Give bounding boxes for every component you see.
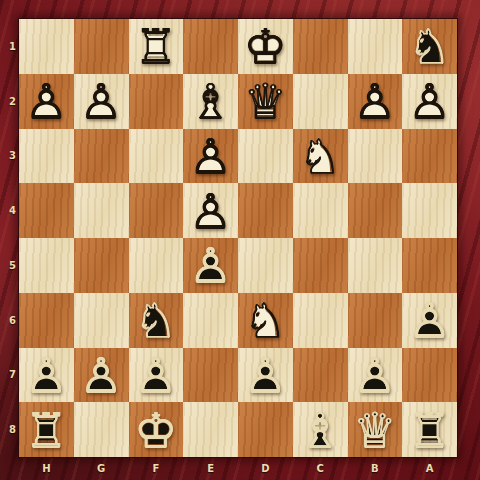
bishop-glyph-outline: ♗: [183, 74, 238, 129]
piece-white-pawn[interactable]: ♟♙: [183, 183, 238, 238]
pawn-glyph-outline: ♙: [238, 348, 293, 403]
square-e3[interactable]: ♟♙: [183, 129, 238, 184]
square-b3[interactable]: [348, 129, 403, 184]
square-f4[interactable]: [129, 183, 184, 238]
square-b7[interactable]: ♟♙: [348, 348, 403, 403]
rank-label-7: 7: [0, 348, 19, 403]
square-f7[interactable]: ♟♙: [129, 348, 184, 403]
square-f6[interactable]: ♞♘: [129, 293, 184, 348]
piece-black-pawn[interactable]: ♟♙: [238, 348, 293, 403]
square-g5[interactable]: [74, 238, 129, 293]
pawn-glyph-outline: ♙: [402, 74, 457, 129]
knight-glyph-outline: ♘: [402, 19, 457, 74]
square-a5[interactable]: [402, 238, 457, 293]
rook-glyph-outline: ♖: [402, 402, 457, 457]
knight-glyph-outline: ♘: [129, 293, 184, 348]
square-e5[interactable]: ♟♙: [183, 238, 238, 293]
pawn-glyph-outline: ♙: [74, 74, 129, 129]
chessboard-frame: ♜♖♚♔♞♘♟♙♟♙♝♗♛♕♟♙♟♙♟♙♞♘♟♙♟♙♞♘♞♘♟♙♟♙♟♙♟♙♟♙…: [0, 0, 480, 480]
square-g4[interactable]: [74, 183, 129, 238]
square-b6[interactable]: [348, 293, 403, 348]
square-a2[interactable]: ♟♙: [402, 74, 457, 129]
square-e4[interactable]: ♟♙: [183, 183, 238, 238]
square-b8[interactable]: ♛♕: [348, 402, 403, 457]
pawn-glyph-outline: ♙: [129, 348, 184, 403]
square-c3[interactable]: ♞♘: [293, 129, 348, 184]
piece-black-pawn[interactable]: ♟♙: [19, 348, 74, 403]
pawn-glyph-outline: ♙: [19, 348, 74, 403]
square-d6[interactable]: ♞♘: [238, 293, 293, 348]
piece-black-king[interactable]: ♚♔: [129, 402, 184, 457]
piece-black-pawn[interactable]: ♟♙: [183, 238, 238, 293]
square-b2[interactable]: ♟♙: [348, 74, 403, 129]
piece-white-pawn[interactable]: ♟♙: [74, 74, 129, 129]
piece-black-pawn[interactable]: ♟♙: [402, 293, 457, 348]
file-label-e: E: [183, 457, 238, 480]
piece-black-pawn[interactable]: ♟♙: [129, 348, 184, 403]
square-g2[interactable]: ♟♙: [74, 74, 129, 129]
square-f2[interactable]: [129, 74, 184, 129]
square-h3[interactable]: [19, 129, 74, 184]
rank-label-1: 1: [0, 19, 19, 74]
rank-label-8: 8: [0, 402, 19, 457]
file-label-a: A: [402, 457, 457, 480]
square-c7[interactable]: [293, 348, 348, 403]
piece-white-pawn[interactable]: ♟♙: [183, 129, 238, 184]
square-b5[interactable]: [348, 238, 403, 293]
piece-white-rook[interactable]: ♜♖: [129, 19, 184, 74]
pawn-glyph-outline: ♙: [402, 293, 457, 348]
square-f1[interactable]: ♜♖: [129, 19, 184, 74]
piece-white-pawn[interactable]: ♟♙: [348, 74, 403, 129]
square-f8[interactable]: ♚♔: [129, 402, 184, 457]
king-glyph-outline: ♔: [129, 402, 184, 457]
file-label-c: C: [293, 457, 348, 480]
square-c6[interactable]: [293, 293, 348, 348]
square-e2[interactable]: ♝♗: [183, 74, 238, 129]
piece-white-king[interactable]: ♚♔: [238, 19, 293, 74]
square-h2[interactable]: ♟♙: [19, 74, 74, 129]
pawn-glyph-outline: ♙: [183, 183, 238, 238]
piece-black-queen[interactable]: ♛♕: [348, 402, 403, 457]
square-g7[interactable]: ♟♙: [74, 348, 129, 403]
square-d7[interactable]: ♟♙: [238, 348, 293, 403]
square-d4[interactable]: [238, 183, 293, 238]
pawn-glyph-outline: ♙: [183, 238, 238, 293]
rank-label-5: 5: [0, 238, 19, 293]
square-a8[interactable]: ♜♖: [402, 402, 457, 457]
square-f5[interactable]: [129, 238, 184, 293]
square-c1[interactable]: [293, 19, 348, 74]
square-e7[interactable]: [183, 348, 238, 403]
piece-white-knight[interactable]: ♞♘: [238, 293, 293, 348]
square-h7[interactable]: ♟♙: [19, 348, 74, 403]
piece-white-knight[interactable]: ♞♘: [293, 129, 348, 184]
square-h1[interactable]: [19, 19, 74, 74]
rook-glyph-outline: ♖: [19, 402, 74, 457]
piece-black-pawn[interactable]: ♟♙: [348, 348, 403, 403]
pawn-glyph-outline: ♙: [348, 74, 403, 129]
piece-white-pawn[interactable]: ♟♙: [402, 74, 457, 129]
piece-white-queen[interactable]: ♛♕: [238, 74, 293, 129]
square-a4[interactable]: [402, 183, 457, 238]
piece-black-bishop[interactable]: ♝♗: [293, 402, 348, 457]
square-a1[interactable]: ♞♘: [402, 19, 457, 74]
square-e1[interactable]: [183, 19, 238, 74]
square-a3[interactable]: [402, 129, 457, 184]
file-label-g: G: [74, 457, 129, 480]
file-label-h: H: [19, 457, 74, 480]
square-d8[interactable]: [238, 402, 293, 457]
rank-label-4: 4: [0, 183, 19, 238]
square-h5[interactable]: [19, 238, 74, 293]
rank-label-3: 3: [0, 129, 19, 184]
piece-black-pawn[interactable]: ♟♙: [74, 348, 129, 403]
square-c8[interactable]: ♝♗: [293, 402, 348, 457]
queen-glyph-outline: ♕: [348, 402, 403, 457]
square-c5[interactable]: [293, 238, 348, 293]
king-glyph-outline: ♔: [238, 19, 293, 74]
piece-black-knight[interactable]: ♞♘: [402, 19, 457, 74]
queen-glyph-outline: ♕: [238, 74, 293, 129]
square-g1[interactable]: [74, 19, 129, 74]
square-g6[interactable]: [74, 293, 129, 348]
file-label-d: D: [238, 457, 293, 480]
chessboard: ♜♖♚♔♞♘♟♙♟♙♝♗♛♕♟♙♟♙♟♙♞♘♟♙♟♙♞♘♞♘♟♙♟♙♟♙♟♙♟♙…: [19, 19, 457, 457]
square-d5[interactable]: [238, 238, 293, 293]
piece-white-bishop[interactable]: ♝♗: [183, 74, 238, 129]
knight-glyph-outline: ♘: [238, 293, 293, 348]
rank-label-6: 6: [0, 293, 19, 348]
square-c2[interactable]: [293, 74, 348, 129]
square-h8[interactable]: ♜♖: [19, 402, 74, 457]
square-a6[interactable]: ♟♙: [402, 293, 457, 348]
square-h6[interactable]: [19, 293, 74, 348]
square-g3[interactable]: [74, 129, 129, 184]
square-d3[interactable]: [238, 129, 293, 184]
pawn-glyph-outline: ♙: [348, 348, 403, 403]
square-h4[interactable]: [19, 183, 74, 238]
bishop-glyph-outline: ♗: [293, 402, 348, 457]
pawn-glyph-outline: ♙: [74, 348, 129, 403]
square-b1[interactable]: [348, 19, 403, 74]
piece-black-rook[interactable]: ♜♖: [402, 402, 457, 457]
square-c4[interactable]: [293, 183, 348, 238]
rank-label-2: 2: [0, 74, 19, 129]
file-label-b: B: [348, 457, 403, 480]
knight-glyph-outline: ♘: [293, 129, 348, 184]
pawn-glyph-outline: ♙: [183, 129, 238, 184]
square-d1[interactable]: ♚♔: [238, 19, 293, 74]
square-a7[interactable]: [402, 348, 457, 403]
piece-white-pawn[interactable]: ♟♙: [19, 74, 74, 129]
piece-black-knight[interactable]: ♞♘: [129, 293, 184, 348]
rook-glyph-outline: ♖: [129, 19, 184, 74]
square-e6[interactable]: [183, 293, 238, 348]
file-labels: HGFEDCBA: [19, 457, 457, 480]
square-g8[interactable]: [74, 402, 129, 457]
square-e8[interactable]: [183, 402, 238, 457]
square-b4[interactable]: [348, 183, 403, 238]
piece-black-rook[interactable]: ♜♖: [19, 402, 74, 457]
square-f3[interactable]: [129, 129, 184, 184]
rank-labels: 12345678: [0, 19, 19, 457]
file-label-f: F: [129, 457, 184, 480]
square-d2[interactable]: ♛♕: [238, 74, 293, 129]
pawn-glyph-outline: ♙: [19, 74, 74, 129]
